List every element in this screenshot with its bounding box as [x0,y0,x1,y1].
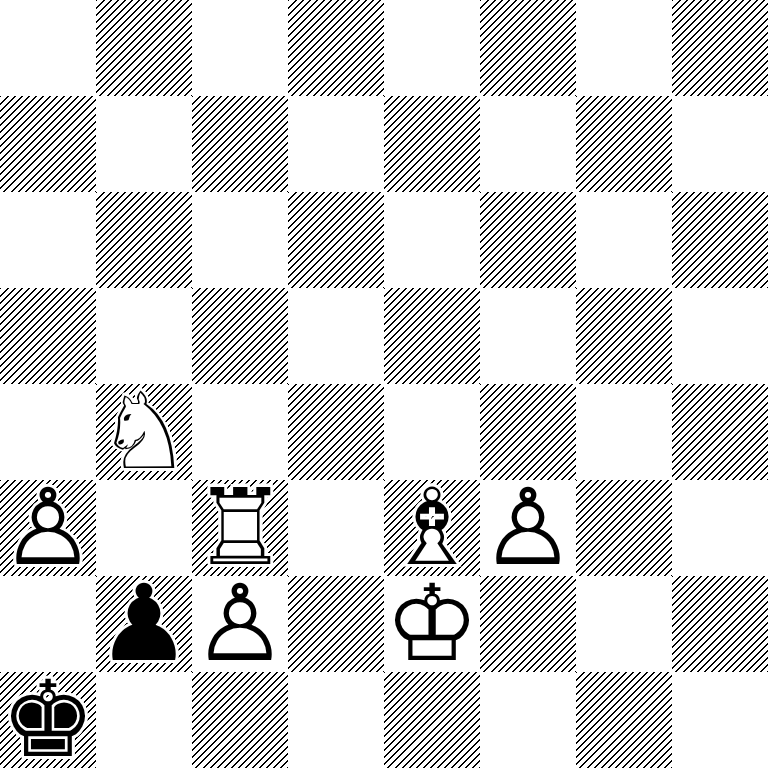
square-c8[interactable] [192,0,288,96]
square-b4[interactable]: ♞♘ [96,384,192,480]
square-d5[interactable] [288,288,384,384]
square-e1[interactable] [384,672,480,768]
square-e5[interactable] [384,288,480,384]
square-b8[interactable] [96,0,192,96]
square-h5[interactable] [672,288,768,384]
square-b6[interactable] [96,192,192,288]
white-pawn-glyph: ♙ [0,480,95,576]
square-h2[interactable] [672,576,768,672]
chess-board: ♞♘♟♙♜♖♝♗♟♙♟♟♟♙♚♔♚♚ [0,0,768,768]
piece-white-pawn-f3[interactable]: ♟♙ [480,480,576,576]
white-pawn-glyph: ♙ [480,480,575,576]
square-h4[interactable] [672,384,768,480]
square-d8[interactable] [288,0,384,96]
square-f3[interactable]: ♟♙ [480,480,576,576]
square-a8[interactable] [0,0,96,96]
square-e2[interactable]: ♚♔ [384,576,480,672]
square-g3[interactable] [576,480,672,576]
square-g1[interactable] [576,672,672,768]
black-pawn-glyph: ♟ [96,576,191,672]
square-e6[interactable] [384,192,480,288]
square-g8[interactable] [576,0,672,96]
white-pawn-glyph: ♙ [192,576,287,672]
piece-black-pawn-b2[interactable]: ♟♟ [96,576,192,672]
square-c7[interactable] [192,96,288,192]
square-f7[interactable] [480,96,576,192]
square-a3[interactable]: ♟♙ [0,480,96,576]
square-b7[interactable] [96,96,192,192]
square-e7[interactable] [384,96,480,192]
square-e8[interactable] [384,0,480,96]
square-g6[interactable] [576,192,672,288]
square-f1[interactable] [480,672,576,768]
black-king-glyph: ♚ [0,672,95,768]
white-knight-glyph: ♘ [96,384,191,480]
square-f5[interactable] [480,288,576,384]
square-g2[interactable] [576,576,672,672]
square-c5[interactable] [192,288,288,384]
piece-white-pawn-c2[interactable]: ♟♙ [192,576,288,672]
square-h6[interactable] [672,192,768,288]
piece-black-king-a1[interactable]: ♚♚ [0,672,96,768]
square-d7[interactable] [288,96,384,192]
square-f6[interactable] [480,192,576,288]
square-a5[interactable] [0,288,96,384]
square-h7[interactable] [672,96,768,192]
square-c1[interactable] [192,672,288,768]
square-f2[interactable] [480,576,576,672]
square-g5[interactable] [576,288,672,384]
square-b2[interactable]: ♟♟ [96,576,192,672]
piece-white-king-e2[interactable]: ♚♔ [384,576,480,672]
square-d2[interactable] [288,576,384,672]
square-g7[interactable] [576,96,672,192]
square-d1[interactable] [288,672,384,768]
square-g4[interactable] [576,384,672,480]
white-king-glyph: ♔ [384,576,479,672]
square-h1[interactable] [672,672,768,768]
piece-white-pawn-a3[interactable]: ♟♙ [0,480,96,576]
square-h8[interactable] [672,0,768,96]
square-d6[interactable] [288,192,384,288]
square-a6[interactable] [0,192,96,288]
square-h3[interactable] [672,480,768,576]
piece-white-knight-b4[interactable]: ♞♘ [96,384,192,480]
square-a1[interactable]: ♚♚ [0,672,96,768]
square-d3[interactable] [288,480,384,576]
square-f8[interactable] [480,0,576,96]
square-c6[interactable] [192,192,288,288]
square-a7[interactable] [0,96,96,192]
square-b1[interactable] [96,672,192,768]
square-d4[interactable] [288,384,384,480]
square-c2[interactable]: ♟♙ [192,576,288,672]
